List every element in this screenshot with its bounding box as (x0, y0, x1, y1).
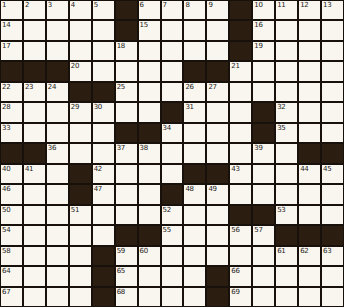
crossword-cell[interactable]: 38 (139, 144, 160, 162)
crossword-cell[interactable] (184, 42, 205, 60)
clue-number: 61 (277, 247, 285, 256)
crossword-cell[interactable] (47, 165, 68, 183)
clue-number: 21 (231, 62, 239, 71)
crossword-cell[interactable]: 3 (47, 1, 68, 19)
crossword-cell[interactable] (322, 288, 343, 306)
black-square (322, 144, 343, 162)
crossword-cell[interactable]: 30 (93, 103, 114, 121)
crossword-cell[interactable] (322, 185, 343, 203)
crossword-cell[interactable] (322, 267, 343, 285)
crossword-cell[interactable] (139, 288, 160, 306)
crossword-cell[interactable] (93, 21, 114, 39)
black-square (253, 103, 274, 121)
black-square (116, 1, 137, 19)
clue-number: 67 (2, 288, 10, 297)
clue-number: 64 (2, 267, 10, 276)
crossword-cell[interactable]: 24 (47, 83, 68, 101)
black-square (253, 206, 274, 224)
clue-number: 45 (323, 165, 331, 174)
crossword-cell[interactable] (322, 206, 343, 224)
black-square (230, 1, 251, 19)
crossword-cell[interactable]: 26 (184, 83, 205, 101)
crossword-cell[interactable] (276, 185, 297, 203)
crossword-cell[interactable]: 45 (322, 165, 343, 183)
crossword-cell[interactable] (230, 247, 251, 265)
black-square (24, 62, 45, 80)
crossword-cell[interactable] (253, 185, 274, 203)
crossword-cell[interactable] (24, 226, 45, 244)
crossword-cell[interactable] (162, 144, 183, 162)
clue-number: 7 (163, 1, 167, 10)
crossword-cell[interactable] (139, 83, 160, 101)
crossword-cell[interactable]: 63 (322, 247, 343, 265)
crossword-cell[interactable] (162, 247, 183, 265)
clue-number: 23 (25, 83, 33, 92)
clue-number: 52 (163, 206, 171, 215)
clue-number: 36 (48, 144, 56, 153)
crossword-cell[interactable] (299, 206, 320, 224)
clue-number: 51 (71, 206, 79, 215)
crossword-cell[interactable]: 39 (253, 144, 274, 162)
clue-number: 59 (117, 247, 125, 256)
clue-number: 65 (117, 267, 125, 276)
crossword-cell[interactable] (70, 21, 91, 39)
black-square (1, 144, 22, 162)
crossword-cell[interactable]: 52 (162, 206, 183, 224)
crossword-cell[interactable] (299, 267, 320, 285)
crossword-cell[interactable]: 28 (1, 103, 22, 121)
crossword-cell[interactable] (93, 62, 114, 80)
crossword-cell[interactable]: 16 (253, 21, 274, 39)
crossword-cell[interactable]: 10 (253, 1, 274, 19)
black-square (207, 267, 228, 285)
crossword-cell[interactable] (116, 165, 137, 183)
crossword-cell[interactable] (70, 247, 91, 265)
crossword-cell[interactable] (70, 144, 91, 162)
crossword-grid: 1234567891011121314151617181920212223242… (0, 0, 344, 307)
clue-number: 48 (185, 185, 193, 194)
crossword-cell[interactable] (184, 288, 205, 306)
crossword-cell[interactable]: 2 (24, 1, 45, 19)
crossword-cell[interactable] (276, 144, 297, 162)
crossword-cell[interactable] (24, 42, 45, 60)
crossword-cell[interactable]: 53 (276, 206, 297, 224)
crossword-cell[interactable] (230, 124, 251, 142)
crossword-cell[interactable]: 32 (276, 103, 297, 121)
crossword-cell[interactable] (47, 185, 68, 203)
black-square (207, 62, 228, 80)
black-square (230, 21, 251, 39)
crossword-cell[interactable] (299, 42, 320, 60)
crossword-cell[interactable]: 33 (1, 124, 22, 142)
clue-number: 49 (208, 185, 216, 194)
black-square (184, 165, 205, 183)
crossword-cell[interactable]: 7 (162, 1, 183, 19)
black-square (322, 226, 343, 244)
clue-number: 53 (277, 206, 285, 215)
black-square (230, 42, 251, 60)
crossword-cell[interactable]: 51 (70, 206, 91, 224)
crossword-cell[interactable] (322, 83, 343, 101)
crossword-cell[interactable] (184, 144, 205, 162)
black-square (207, 165, 228, 183)
clue-number: 6 (140, 1, 144, 10)
clue-number: 5 (94, 1, 98, 10)
clue-number: 33 (2, 124, 10, 133)
crossword-cell[interactable] (47, 288, 68, 306)
clue-number: 40 (2, 165, 10, 174)
crossword-cell[interactable] (139, 267, 160, 285)
clue-number: 55 (163, 226, 171, 235)
black-square (24, 144, 45, 162)
clue-number: 50 (2, 206, 10, 215)
crossword-cell[interactable]: 11 (276, 1, 297, 19)
crossword-cell[interactable] (139, 206, 160, 224)
crossword-cell[interactable]: 64 (1, 267, 22, 285)
crossword-cell[interactable] (322, 124, 343, 142)
clue-number: 8 (185, 1, 189, 10)
crossword-cell[interactable]: 41 (24, 165, 45, 183)
crossword-cell[interactable] (253, 247, 274, 265)
clue-number: 56 (231, 226, 239, 235)
crossword-cell[interactable] (24, 267, 45, 285)
crossword-cell[interactable] (184, 21, 205, 39)
crossword-cell[interactable]: 48 (184, 185, 205, 203)
black-square (70, 185, 91, 203)
black-square (299, 226, 320, 244)
crossword-cell[interactable] (322, 103, 343, 121)
crossword-cell[interactable] (70, 226, 91, 244)
clue-number: 4 (71, 1, 75, 10)
clue-number: 28 (2, 103, 10, 112)
black-square (162, 103, 183, 121)
clue-number: 18 (117, 42, 125, 51)
crossword-cell[interactable]: 12 (299, 1, 320, 19)
crossword-cell[interactable] (276, 288, 297, 306)
crossword-cell[interactable]: 37 (116, 144, 137, 162)
clue-number: 57 (254, 226, 262, 235)
crossword-cell[interactable] (299, 62, 320, 80)
clue-number: 44 (300, 165, 308, 174)
crossword-cell[interactable]: 65 (116, 267, 137, 285)
crossword-cell[interactable] (299, 124, 320, 142)
crossword-cell[interactable] (230, 103, 251, 121)
crossword-cell[interactable] (207, 206, 228, 224)
crossword-cell[interactable] (162, 42, 183, 60)
crossword-cell[interactable] (47, 124, 68, 142)
crossword-cell[interactable] (207, 124, 228, 142)
clue-number: 32 (277, 103, 285, 112)
clue-number: 37 (117, 144, 125, 153)
crossword-cell[interactable]: 15 (139, 21, 160, 39)
crossword-cell[interactable] (47, 247, 68, 265)
clue-number: 3 (48, 1, 52, 10)
crossword-cell[interactable] (139, 165, 160, 183)
crossword-cell[interactable]: 17 (1, 42, 22, 60)
crossword-cell[interactable] (139, 103, 160, 121)
clue-number: 66 (231, 267, 239, 276)
clue-number: 31 (185, 103, 193, 112)
crossword-cell[interactable]: 34 (162, 124, 183, 142)
crossword-cell[interactable] (253, 267, 274, 285)
crossword-cell[interactable] (93, 144, 114, 162)
clue-number: 34 (163, 124, 171, 133)
crossword-cell[interactable] (24, 247, 45, 265)
crossword-cell[interactable] (24, 124, 45, 142)
crossword-cell[interactable]: 19 (253, 42, 274, 60)
crossword-cell[interactable] (207, 247, 228, 265)
crossword-cell[interactable]: 59 (116, 247, 137, 265)
crossword-cell[interactable]: 5 (93, 1, 114, 19)
black-square (116, 124, 137, 142)
black-square (253, 124, 274, 142)
crossword-cell[interactable] (139, 42, 160, 60)
crossword-cell[interactable] (207, 103, 228, 121)
crossword-cell[interactable] (162, 21, 183, 39)
crossword-cell[interactable] (24, 288, 45, 306)
black-square (93, 288, 114, 306)
crossword-cell[interactable]: 8 (184, 1, 205, 19)
clue-number: 62 (300, 247, 308, 256)
crossword-cell[interactable] (299, 185, 320, 203)
crossword-cell[interactable] (47, 206, 68, 224)
clue-number: 12 (300, 1, 308, 10)
clue-number: 68 (117, 288, 125, 297)
crossword-cell[interactable]: 60 (139, 247, 160, 265)
crossword-cell[interactable] (207, 21, 228, 39)
crossword-cell[interactable] (47, 226, 68, 244)
black-square (139, 124, 160, 142)
crossword-cell[interactable]: 47 (93, 185, 114, 203)
crossword-cell[interactable]: 29 (70, 103, 91, 121)
clue-number: 17 (2, 42, 10, 51)
crossword-cell[interactable] (299, 83, 320, 101)
crossword-cell[interactable] (24, 185, 45, 203)
crossword-cell[interactable] (253, 83, 274, 101)
crossword-cell[interactable] (139, 62, 160, 80)
crossword-cell[interactable]: 35 (276, 124, 297, 142)
clue-number: 19 (254, 42, 262, 51)
clue-number: 30 (94, 103, 102, 112)
clue-number: 26 (185, 83, 193, 92)
crossword-cell[interactable] (322, 62, 343, 80)
clue-number: 58 (2, 247, 10, 256)
clue-number: 11 (277, 1, 285, 10)
crossword-cell[interactable] (184, 206, 205, 224)
crossword-cell[interactable]: 66 (230, 267, 251, 285)
clue-number: 27 (208, 83, 216, 92)
crossword-cell[interactable]: 58 (1, 247, 22, 265)
crossword-cell[interactable]: 23 (24, 83, 45, 101)
black-square (276, 226, 297, 244)
crossword-cell[interactable] (93, 226, 114, 244)
crossword-cell[interactable]: 18 (116, 42, 137, 60)
crossword-cell[interactable] (184, 267, 205, 285)
crossword-cell[interactable] (47, 21, 68, 39)
crossword-cell[interactable] (184, 226, 205, 244)
crossword-cell[interactable]: 4 (70, 1, 91, 19)
crossword-cell[interactable]: 21 (230, 62, 251, 80)
clue-number: 25 (117, 83, 125, 92)
crossword-cell[interactable] (230, 144, 251, 162)
crossword-cell[interactable] (299, 21, 320, 39)
crossword-cell[interactable]: 69 (230, 288, 251, 306)
crossword-cell[interactable]: 44 (299, 165, 320, 183)
black-square (139, 226, 160, 244)
clue-number: 20 (71, 62, 79, 71)
clue-number: 39 (254, 144, 262, 153)
crossword-cell[interactable] (139, 185, 160, 203)
clue-number: 41 (25, 165, 33, 174)
clue-number: 1 (2, 1, 6, 10)
crossword-cell[interactable]: 56 (230, 226, 251, 244)
crossword-cell[interactable] (93, 124, 114, 142)
clue-number: 46 (2, 185, 10, 194)
crossword-cell[interactable]: 40 (1, 165, 22, 183)
crossword-cell[interactable] (230, 83, 251, 101)
crossword-cell[interactable] (24, 103, 45, 121)
crossword-cell[interactable] (116, 206, 137, 224)
black-square (299, 144, 320, 162)
crossword-cell[interactable] (276, 42, 297, 60)
crossword-cell[interactable]: 42 (93, 165, 114, 183)
crossword-cell[interactable]: 67 (1, 288, 22, 306)
crossword-cell[interactable] (162, 267, 183, 285)
clue-number: 63 (323, 247, 331, 256)
crossword-cell[interactable]: 6 (139, 1, 160, 19)
clue-number: 2 (25, 1, 29, 10)
crossword-cell[interactable] (276, 83, 297, 101)
crossword-cell[interactable]: 14 (1, 21, 22, 39)
clue-number: 10 (254, 1, 262, 10)
crossword-cell[interactable]: 9 (207, 1, 228, 19)
crossword-cell[interactable]: 49 (207, 185, 228, 203)
crossword-cell[interactable] (70, 267, 91, 285)
black-square (70, 165, 91, 183)
clue-number: 47 (94, 185, 102, 194)
crossword-cell[interactable] (70, 124, 91, 142)
black-square (70, 83, 91, 101)
crossword-cell[interactable] (207, 144, 228, 162)
crossword-cell[interactable]: 36 (47, 144, 68, 162)
crossword-cell[interactable] (322, 42, 343, 60)
crossword-cell[interactable] (253, 165, 274, 183)
crossword-cell[interactable] (70, 288, 91, 306)
crossword-cell[interactable]: 46 (1, 185, 22, 203)
black-square (162, 185, 183, 203)
crossword-cell[interactable]: 61 (276, 247, 297, 265)
crossword-cell[interactable] (253, 288, 274, 306)
crossword-cell[interactable] (276, 165, 297, 183)
crossword-cell[interactable] (116, 103, 137, 121)
crossword-cell[interactable]: 54 (1, 226, 22, 244)
crossword-cell[interactable] (162, 165, 183, 183)
crossword-cell[interactable] (47, 103, 68, 121)
crossword-cell[interactable] (253, 62, 274, 80)
crossword-cell[interactable] (162, 288, 183, 306)
crossword-cell[interactable] (276, 62, 297, 80)
black-square (93, 267, 114, 285)
crossword-cell[interactable] (276, 21, 297, 39)
crossword-cell[interactable] (276, 267, 297, 285)
crossword-cell[interactable] (93, 42, 114, 60)
black-square (207, 288, 228, 306)
crossword-cell[interactable] (207, 42, 228, 60)
crossword-cell[interactable]: 27 (207, 83, 228, 101)
crossword-cell[interactable] (299, 288, 320, 306)
crossword-cell[interactable]: 68 (116, 288, 137, 306)
clue-number: 42 (94, 165, 102, 174)
black-square (230, 206, 251, 224)
crossword-cell[interactable]: 55 (162, 226, 183, 244)
crossword-cell[interactable]: 62 (299, 247, 320, 265)
black-square (184, 62, 205, 80)
clue-number: 24 (48, 83, 56, 92)
crossword-cell[interactable] (299, 103, 320, 121)
crossword-cell[interactable] (184, 124, 205, 142)
clue-number: 22 (2, 83, 10, 92)
crossword-cell[interactable]: 50 (1, 206, 22, 224)
crossword-cell[interactable] (230, 185, 251, 203)
crossword-cell[interactable] (162, 62, 183, 80)
clue-number: 69 (231, 288, 239, 297)
crossword-cell[interactable] (184, 247, 205, 265)
crossword-cell[interactable] (70, 42, 91, 60)
clue-number: 60 (140, 247, 148, 256)
crossword-cell[interactable]: 13 (322, 1, 343, 19)
crossword-cell[interactable] (116, 62, 137, 80)
clue-number: 29 (71, 103, 79, 112)
crossword-cell[interactable]: 31 (184, 103, 205, 121)
crossword-cell[interactable]: 22 (1, 83, 22, 101)
crossword-cell[interactable] (322, 21, 343, 39)
clue-number: 35 (277, 124, 285, 133)
clue-number: 38 (140, 144, 148, 153)
black-square (47, 62, 68, 80)
crossword-cell[interactable]: 57 (253, 226, 274, 244)
crossword-cell[interactable] (93, 206, 114, 224)
clue-number: 15 (140, 21, 148, 30)
black-square (93, 83, 114, 101)
clue-number: 9 (208, 1, 212, 10)
black-square (1, 62, 22, 80)
crossword-cell[interactable] (207, 226, 228, 244)
crossword-cell[interactable] (162, 83, 183, 101)
crossword-cell[interactable] (47, 267, 68, 285)
clue-number: 43 (231, 165, 239, 174)
black-square (116, 226, 137, 244)
clue-number: 16 (254, 21, 262, 30)
crossword-cell[interactable]: 20 (70, 62, 91, 80)
clue-number: 54 (2, 226, 10, 235)
clue-number: 14 (2, 21, 10, 30)
crossword-cell[interactable]: 25 (116, 83, 137, 101)
crossword-cell[interactable] (116, 185, 137, 203)
crossword-cell[interactable] (47, 42, 68, 60)
crossword-cell[interactable] (24, 206, 45, 224)
black-square (93, 247, 114, 265)
clue-number: 13 (323, 1, 331, 10)
crossword-cell[interactable]: 43 (230, 165, 251, 183)
crossword-cell[interactable]: 1 (1, 1, 22, 19)
black-square (116, 21, 137, 39)
crossword-cell[interactable] (24, 21, 45, 39)
